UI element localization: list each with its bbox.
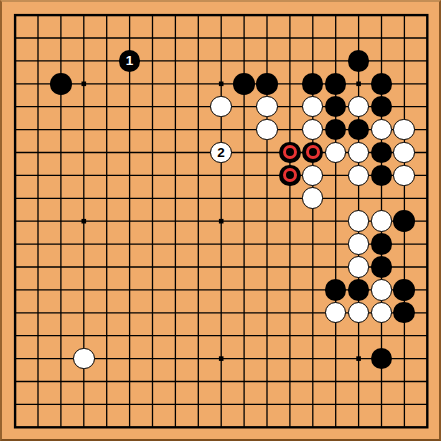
intersection[interactable] [210,49,233,72]
intersection[interactable] [416,187,439,210]
intersection[interactable] [233,49,256,72]
black-stone[interactable] [370,72,393,95]
intersection[interactable] [416,233,439,256]
black-stone[interactable] [301,141,324,164]
intersection[interactable] [141,233,164,256]
intersection[interactable] [27,347,50,370]
black-stone[interactable] [301,72,324,95]
intersection[interactable] [164,210,187,233]
intersection[interactable] [4,141,27,164]
intersection[interactable] [27,255,50,278]
intersection[interactable] [255,301,278,324]
intersection[interactable] [27,95,50,118]
intersection[interactable] [49,164,72,187]
black-stone[interactable] [49,72,72,95]
intersection[interactable] [347,4,370,27]
black-stone[interactable] [278,141,301,164]
intersection[interactable] [233,164,256,187]
intersection[interactable] [4,72,27,95]
intersection[interactable] [164,72,187,95]
intersection[interactable] [210,255,233,278]
intersection[interactable] [72,72,95,95]
intersection[interactable] [164,4,187,27]
intersection[interactable] [278,210,301,233]
white-stone[interactable] [393,141,416,164]
intersection[interactable] [347,187,370,210]
intersection[interactable] [187,255,210,278]
intersection[interactable] [164,49,187,72]
intersection[interactable] [95,255,118,278]
white-stone[interactable] [301,187,324,210]
intersection[interactable] [49,49,72,72]
intersection[interactable] [324,233,347,256]
intersection[interactable] [141,49,164,72]
intersection[interactable] [347,370,370,393]
intersection[interactable] [4,393,27,416]
intersection[interactable] [4,347,27,370]
intersection[interactable] [95,164,118,187]
intersection[interactable] [278,95,301,118]
intersection[interactable] [187,141,210,164]
intersection[interactable] [164,27,187,50]
intersection[interactable] [118,72,141,95]
white-stone[interactable]: 2 [210,141,233,164]
white-stone[interactable] [347,233,370,256]
intersection[interactable] [324,370,347,393]
intersection[interactable] [324,187,347,210]
intersection[interactable] [210,301,233,324]
intersection[interactable] [118,416,141,439]
black-stone[interactable] [324,118,347,141]
intersection[interactable] [49,324,72,347]
intersection[interactable] [27,233,50,256]
intersection[interactable] [347,72,370,95]
intersection[interactable] [416,72,439,95]
intersection[interactable] [187,49,210,72]
intersection[interactable] [72,118,95,141]
white-stone[interactable] [393,118,416,141]
intersection[interactable] [370,4,393,27]
intersection[interactable] [141,210,164,233]
intersection[interactable] [4,301,27,324]
intersection[interactable] [393,233,416,256]
intersection[interactable] [416,370,439,393]
intersection[interactable] [164,164,187,187]
intersection[interactable] [27,164,50,187]
intersection[interactable] [324,210,347,233]
intersection[interactable] [416,95,439,118]
intersection[interactable] [301,301,324,324]
intersection[interactable] [164,301,187,324]
intersection[interactable] [393,49,416,72]
intersection[interactable] [141,370,164,393]
intersection[interactable] [416,324,439,347]
black-stone[interactable] [233,72,256,95]
intersection[interactable] [4,255,27,278]
intersection[interactable] [301,278,324,301]
intersection[interactable] [301,416,324,439]
intersection[interactable] [393,4,416,27]
intersection[interactable] [255,49,278,72]
intersection[interactable] [118,324,141,347]
white-stone[interactable] [370,118,393,141]
intersection[interactable] [416,416,439,439]
intersection[interactable] [49,301,72,324]
intersection[interactable] [393,347,416,370]
intersection[interactable] [49,233,72,256]
intersection[interactable] [95,370,118,393]
intersection[interactable] [95,301,118,324]
intersection[interactable] [278,393,301,416]
white-stone[interactable] [347,141,370,164]
white-stone[interactable] [370,278,393,301]
intersection[interactable] [370,27,393,50]
intersection[interactable] [255,393,278,416]
intersection[interactable] [393,255,416,278]
black-stone[interactable] [324,72,347,95]
intersection[interactable] [255,4,278,27]
intersection[interactable] [393,27,416,50]
intersection[interactable] [49,416,72,439]
white-stone[interactable] [370,210,393,233]
intersection[interactable] [95,27,118,50]
intersection[interactable] [187,347,210,370]
intersection[interactable] [72,324,95,347]
intersection[interactable] [416,393,439,416]
intersection[interactable] [210,416,233,439]
intersection[interactable] [393,72,416,95]
intersection[interactable] [187,233,210,256]
intersection[interactable] [49,95,72,118]
black-stone[interactable] [370,141,393,164]
intersection[interactable] [95,118,118,141]
intersection[interactable] [187,370,210,393]
intersection[interactable] [141,301,164,324]
black-stone[interactable] [278,164,301,187]
intersection[interactable] [324,49,347,72]
intersection[interactable] [187,210,210,233]
black-stone[interactable] [393,278,416,301]
intersection[interactable] [278,27,301,50]
intersection[interactable] [141,393,164,416]
intersection[interactable] [4,210,27,233]
intersection[interactable] [72,27,95,50]
intersection[interactable] [416,27,439,50]
intersection[interactable] [347,393,370,416]
intersection[interactable] [187,4,210,27]
intersection[interactable] [118,187,141,210]
intersection[interactable] [301,233,324,256]
intersection[interactable] [187,393,210,416]
intersection[interactable] [27,370,50,393]
intersection[interactable] [393,416,416,439]
intersection[interactable] [416,301,439,324]
intersection[interactable] [233,370,256,393]
intersection[interactable] [95,278,118,301]
intersection[interactable] [118,118,141,141]
intersection[interactable] [49,27,72,50]
intersection[interactable] [187,72,210,95]
intersection[interactable] [233,210,256,233]
intersection[interactable] [27,278,50,301]
white-stone[interactable] [210,95,233,118]
intersection[interactable] [301,255,324,278]
intersection[interactable] [141,141,164,164]
intersection[interactable] [255,164,278,187]
intersection[interactable] [49,187,72,210]
intersection[interactable] [301,324,324,347]
intersection[interactable] [278,187,301,210]
intersection[interactable] [370,416,393,439]
intersection[interactable] [72,370,95,393]
intersection[interactable] [233,301,256,324]
intersection[interactable] [95,324,118,347]
intersection[interactable] [233,233,256,256]
intersection[interactable] [187,324,210,347]
intersection[interactable] [95,210,118,233]
white-stone[interactable] [370,301,393,324]
intersection[interactable] [255,27,278,50]
white-stone[interactable] [393,164,416,187]
intersection[interactable] [324,164,347,187]
intersection[interactable] [27,301,50,324]
intersection[interactable] [141,4,164,27]
intersection[interactable] [72,301,95,324]
intersection[interactable] [187,118,210,141]
intersection[interactable] [210,210,233,233]
intersection[interactable] [393,187,416,210]
black-stone[interactable] [370,347,393,370]
intersection[interactable] [278,370,301,393]
intersection[interactable] [164,278,187,301]
intersection[interactable] [210,278,233,301]
intersection[interactable] [233,4,256,27]
intersection[interactable] [416,164,439,187]
intersection[interactable] [4,118,27,141]
intersection[interactable] [141,347,164,370]
intersection[interactable] [27,27,50,50]
intersection[interactable] [393,393,416,416]
intersection[interactable] [27,324,50,347]
intersection[interactable] [27,416,50,439]
intersection[interactable] [210,72,233,95]
intersection[interactable] [416,49,439,72]
intersection[interactable] [416,141,439,164]
intersection[interactable] [255,347,278,370]
intersection[interactable] [370,324,393,347]
intersection[interactable] [233,255,256,278]
intersection[interactable] [141,324,164,347]
intersection[interactable] [118,393,141,416]
intersection[interactable] [4,233,27,256]
intersection[interactable] [27,210,50,233]
intersection[interactable] [324,4,347,27]
intersection[interactable] [301,393,324,416]
intersection[interactable] [164,141,187,164]
intersection[interactable] [301,49,324,72]
intersection[interactable] [187,95,210,118]
intersection[interactable] [118,141,141,164]
white-stone[interactable] [347,301,370,324]
intersection[interactable] [278,118,301,141]
intersection[interactable] [278,233,301,256]
intersection[interactable] [49,210,72,233]
intersection[interactable] [4,416,27,439]
intersection[interactable] [141,164,164,187]
intersection[interactable] [278,72,301,95]
intersection[interactable] [370,49,393,72]
intersection[interactable] [141,278,164,301]
intersection[interactable] [118,27,141,50]
intersection[interactable] [187,164,210,187]
intersection[interactable] [210,118,233,141]
intersection[interactable] [278,416,301,439]
intersection[interactable] [164,187,187,210]
intersection[interactable] [324,324,347,347]
intersection[interactable] [4,49,27,72]
intersection[interactable] [141,95,164,118]
intersection[interactable] [27,4,50,27]
intersection[interactable] [4,27,27,50]
white-stone[interactable] [347,164,370,187]
intersection[interactable] [210,164,233,187]
intersection[interactable] [27,72,50,95]
intersection[interactable] [164,324,187,347]
intersection[interactable] [278,49,301,72]
black-stone[interactable] [370,255,393,278]
intersection[interactable] [324,393,347,416]
intersection[interactable] [370,187,393,210]
intersection[interactable] [324,347,347,370]
intersection[interactable] [164,255,187,278]
intersection[interactable] [49,370,72,393]
intersection[interactable] [255,416,278,439]
intersection[interactable] [141,255,164,278]
intersection[interactable] [118,301,141,324]
intersection[interactable] [255,324,278,347]
black-stone[interactable] [370,95,393,118]
intersection[interactable] [95,49,118,72]
intersection[interactable] [72,416,95,439]
intersection[interactable] [416,210,439,233]
intersection[interactable] [49,393,72,416]
intersection[interactable] [72,4,95,27]
intersection[interactable] [95,4,118,27]
black-stone[interactable] [393,210,416,233]
intersection[interactable] [95,416,118,439]
intersection[interactable] [72,187,95,210]
intersection[interactable] [164,393,187,416]
intersection[interactable] [72,393,95,416]
black-stone[interactable] [370,164,393,187]
white-stone[interactable] [324,141,347,164]
intersection[interactable] [49,347,72,370]
intersection[interactable] [164,370,187,393]
intersection[interactable] [233,278,256,301]
intersection[interactable] [187,27,210,50]
white-stone[interactable] [72,347,95,370]
intersection[interactable] [72,278,95,301]
intersection[interactable] [255,255,278,278]
intersection[interactable] [72,233,95,256]
intersection[interactable] [141,72,164,95]
black-stone[interactable] [255,72,278,95]
intersection[interactable] [27,393,50,416]
intersection[interactable] [187,187,210,210]
intersection[interactable] [49,4,72,27]
white-stone[interactable] [255,118,278,141]
intersection[interactable] [49,278,72,301]
intersection[interactable] [95,347,118,370]
intersection[interactable] [416,255,439,278]
intersection[interactable] [72,95,95,118]
intersection[interactable] [118,4,141,27]
intersection[interactable] [118,233,141,256]
black-stone[interactable] [347,49,370,72]
intersection[interactable] [72,210,95,233]
intersection[interactable] [164,347,187,370]
intersection[interactable] [255,141,278,164]
intersection[interactable] [278,301,301,324]
intersection[interactable] [370,393,393,416]
intersection[interactable] [233,118,256,141]
intersection[interactable] [72,49,95,72]
intersection[interactable] [278,255,301,278]
intersection[interactable] [210,27,233,50]
intersection[interactable] [141,27,164,50]
black-stone[interactable] [324,95,347,118]
intersection[interactable] [416,118,439,141]
black-stone[interactable] [347,118,370,141]
intersection[interactable] [324,416,347,439]
black-stone[interactable] [347,278,370,301]
intersection[interactable] [4,95,27,118]
intersection[interactable] [347,27,370,50]
intersection[interactable] [4,324,27,347]
black-stone[interactable] [393,301,416,324]
white-stone[interactable] [301,118,324,141]
intersection[interactable] [4,278,27,301]
intersection[interactable] [49,141,72,164]
intersection[interactable] [27,141,50,164]
intersection[interactable] [118,278,141,301]
intersection[interactable] [393,370,416,393]
intersection[interactable] [27,49,50,72]
intersection[interactable] [95,141,118,164]
intersection[interactable] [324,27,347,50]
intersection[interactable] [233,27,256,50]
intersection[interactable] [233,187,256,210]
intersection[interactable] [301,27,324,50]
intersection[interactable] [233,393,256,416]
white-stone[interactable] [347,210,370,233]
intersection[interactable] [118,347,141,370]
intersection[interactable] [164,95,187,118]
intersection[interactable] [187,416,210,439]
intersection[interactable] [210,4,233,27]
intersection[interactable] [118,164,141,187]
intersection[interactable] [4,370,27,393]
intersection[interactable] [347,324,370,347]
intersection[interactable] [118,95,141,118]
intersection[interactable] [301,4,324,27]
white-stone[interactable] [347,95,370,118]
intersection[interactable] [141,187,164,210]
intersection[interactable] [301,347,324,370]
intersection[interactable] [393,324,416,347]
intersection[interactable] [370,370,393,393]
black-stone[interactable] [370,233,393,256]
